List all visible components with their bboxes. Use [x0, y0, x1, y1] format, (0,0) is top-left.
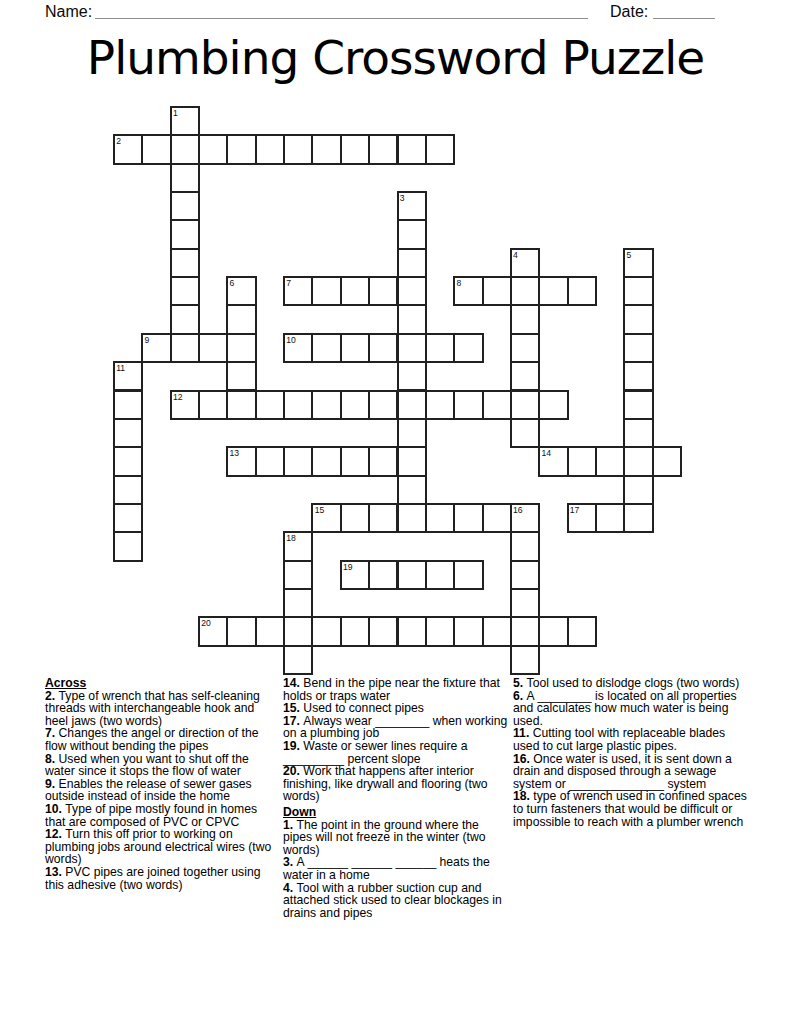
clue-number-1: 1	[173, 109, 178, 118]
grid-cell-r10c3[interactable]	[198, 390, 228, 420]
clue-across-10: 10. Type of pipe mostly found in homes t…	[45, 803, 277, 828]
grid-cell-r10c18[interactable]	[623, 390, 653, 420]
grid-cell-r18c10[interactable]	[397, 616, 427, 646]
clue-across-7: 7. Changes the angel or direction of the…	[45, 727, 277, 752]
grid-cell-r1c8[interactable]	[340, 134, 370, 164]
clue-across-8: 8. Used when you want to shut off the wa…	[45, 753, 277, 778]
grid-cell-r8c9[interactable]	[368, 333, 398, 363]
grid-cell-r19c6[interactable]	[283, 645, 313, 675]
grid-cell-r8c2[interactable]	[170, 333, 200, 363]
grid-cell-r1c5[interactable]	[255, 134, 285, 164]
down-header: Down	[283, 806, 511, 819]
grid-cell-r14c10[interactable]	[397, 503, 427, 533]
clue-down-1: 1. The point in the ground where the pip…	[283, 819, 511, 857]
grid-cell-r7c4[interactable]	[226, 304, 256, 334]
clue-down-4: 4. Tool with a rubber suction cup and at…	[283, 882, 511, 920]
grid-cell-r2c2[interactable]	[170, 163, 200, 193]
grid-cell-r6c18[interactable]	[623, 276, 653, 306]
clue-number-9: 9	[145, 336, 150, 345]
grid-cell-r8c7[interactable]	[311, 333, 341, 363]
grid-cell-r14c8[interactable]	[340, 503, 370, 533]
grid-cell-r1c4[interactable]	[226, 134, 256, 164]
grid-cell-r9c14[interactable]	[510, 361, 540, 391]
grid-cell-r12c10[interactable]	[397, 446, 427, 476]
clue-across-20: 20. Work that happens after interior fin…	[283, 765, 511, 803]
grid-cell-r16c12[interactable]	[453, 560, 483, 590]
grid-cell-r8c11[interactable]	[425, 333, 455, 363]
grid-cell-r10c15[interactable]	[538, 390, 568, 420]
grid-cell-r11c18[interactable]	[623, 418, 653, 448]
grid-cell-r1c9[interactable]	[368, 134, 398, 164]
clues-column-1: Across2. Type of wrench that has self-cl…	[45, 677, 277, 891]
grid-cell-r10c9[interactable]	[368, 390, 398, 420]
grid-cell-r8c14[interactable]	[510, 333, 540, 363]
clue-number-18: 18	[286, 534, 296, 543]
grid-cell-r12c7[interactable]	[311, 446, 341, 476]
clue-across-12: 12. Turn this off prior to working on pl…	[45, 828, 277, 866]
grid-cell-r18c11[interactable]	[425, 616, 455, 646]
grid-cell-r10c0[interactable]	[113, 390, 143, 420]
grid-cell-r13c18[interactable]	[623, 475, 653, 505]
clue-number-5: 5	[627, 251, 632, 260]
grid-cell-r14c18[interactable]	[623, 503, 653, 533]
clue-down-5: 5. Tool used to dislodge clogs (two word…	[513, 677, 753, 690]
grid-cell-r10c11[interactable]	[425, 390, 455, 420]
grid-cell-r9c4[interactable]	[226, 361, 256, 391]
grid-cell-r18c6[interactable]	[283, 616, 313, 646]
grid-cell-r18c4[interactable]	[226, 616, 256, 646]
grid-cell-r18c9[interactable]	[368, 616, 398, 646]
grid-cell-r12c6[interactable]	[283, 446, 313, 476]
grid-cell-r14c11[interactable]	[425, 503, 455, 533]
grid-cell-r1c7[interactable]	[311, 134, 341, 164]
grid-cell-r13c0[interactable]	[113, 475, 143, 505]
grid-cell-r6c13[interactable]	[482, 276, 512, 306]
grid-cell-r1c2[interactable]	[170, 134, 200, 164]
grid-cell-r19c14[interactable]	[510, 645, 540, 675]
clue-number-15: 15	[315, 506, 325, 515]
grid-cell-r7c10[interactable]	[397, 304, 427, 334]
clue-down-16: 16. Once water is used, it is sent down …	[513, 753, 753, 791]
clue-number-17: 17	[570, 506, 580, 515]
grid-cell-r15c0[interactable]	[113, 531, 143, 561]
grid-cell-r12c17[interactable]	[595, 446, 625, 476]
clue-number-19: 19	[343, 563, 353, 572]
grid-cell-r18c16[interactable]	[567, 616, 597, 646]
clue-number-10: 10	[286, 336, 296, 345]
grid-cell-r16c11[interactable]	[425, 560, 455, 590]
grid-cell-r10c6[interactable]	[283, 390, 313, 420]
grid-cell-r4c2[interactable]	[170, 219, 200, 249]
clue-number-7: 7	[286, 279, 291, 288]
grid-cell-r16c6[interactable]	[283, 560, 313, 590]
grid-cell-r16c10[interactable]	[397, 560, 427, 590]
grid-cell-r5c2[interactable]	[170, 248, 200, 278]
grid-cell-r10c7[interactable]	[311, 390, 341, 420]
grid-cell-r14c0[interactable]	[113, 503, 143, 533]
grid-cell-r1c11[interactable]	[425, 134, 455, 164]
grid-cell-r10c5[interactable]	[255, 390, 285, 420]
grid-cell-r7c2[interactable]	[170, 304, 200, 334]
clue-down-6: 6. A ________ is located on all properti…	[513, 690, 753, 728]
grid-cell-r6c16[interactable]	[567, 276, 597, 306]
clue-down-18: 18. type of wrench used in confined spac…	[513, 790, 753, 828]
name-label: Name:	[45, 3, 92, 21]
grid-cell-r6c2[interactable]	[170, 276, 200, 306]
grid-cell-r6c10[interactable]	[397, 276, 427, 306]
grid-cell-r16c14[interactable]	[510, 560, 540, 590]
clue-number-8: 8	[456, 279, 461, 288]
grid-cell-r6c14[interactable]	[510, 276, 540, 306]
grid-cell-r14c13[interactable]	[482, 503, 512, 533]
date-label: Date:	[610, 3, 648, 21]
clue-across-2: 2. Type of wrench that has self-cleaning…	[45, 690, 277, 728]
crossword-grid: 1234567891011121314151617181920	[113, 106, 683, 676]
grid-cell-r8c4[interactable]	[226, 333, 256, 363]
across-header: Across	[45, 677, 277, 690]
grid-cell-r10c10[interactable]	[397, 390, 427, 420]
grid-cell-r10c8[interactable]	[340, 390, 370, 420]
clue-number-6: 6	[230, 279, 235, 288]
grid-cell-r10c12[interactable]	[453, 390, 483, 420]
page-title: Plumbing Crossword Puzzle	[0, 30, 791, 85]
grid-cell-r8c8[interactable]	[340, 333, 370, 363]
grid-cell-r17c14[interactable]	[510, 588, 540, 618]
grid-cell-r3c2[interactable]	[170, 191, 200, 221]
grid-cell-r10c13[interactable]	[482, 390, 512, 420]
clue-down-3: 3. A ______ ______ ______ heats the wate…	[283, 856, 511, 881]
clue-number-4: 4	[513, 251, 518, 260]
grid-cell-r11c10[interactable]	[397, 418, 427, 448]
clue-number-11: 11	[116, 364, 125, 373]
grid-cell-r11c14[interactable]	[510, 418, 540, 448]
grid-cell-r13c10[interactable]	[397, 475, 427, 505]
grid-cell-r17c6[interactable]	[283, 588, 313, 618]
grid-cell-r18c12[interactable]	[453, 616, 483, 646]
grid-cell-r12c18[interactable]	[623, 446, 653, 476]
grid-cell-r16c9[interactable]	[368, 560, 398, 590]
grid-cell-r12c9[interactable]	[368, 446, 398, 476]
clue-number-20: 20	[201, 619, 211, 628]
grid-cell-r18c7[interactable]	[311, 616, 341, 646]
grid-cell-r18c5[interactable]	[255, 616, 285, 646]
grid-cell-r12c0[interactable]	[113, 446, 143, 476]
grid-cell-r1c1[interactable]	[141, 134, 171, 164]
grid-cell-r12c8[interactable]	[340, 446, 370, 476]
grid-cell-r8c12[interactable]	[453, 333, 483, 363]
clue-across-13: 13. PVC pipes are joined together using …	[45, 866, 277, 891]
grid-cell-r12c16[interactable]	[567, 446, 597, 476]
date-input-line[interactable]	[653, 4, 715, 19]
grid-cell-r18c8[interactable]	[340, 616, 370, 646]
grid-cell-r18c13[interactable]	[482, 616, 512, 646]
worksheet-page: { "game": "crossword", "title": "Plumbin…	[0, 0, 791, 1024]
clues-column-3: 5. Tool used to dislodge clogs (two word…	[513, 677, 753, 828]
clue-across-15: 15. Used to connect pipes	[283, 702, 511, 715]
grid-cell-r6c8[interactable]	[340, 276, 370, 306]
grid-cell-r1c10[interactable]	[397, 134, 427, 164]
clue-across-19: 19. Waste or sewer lines require a _____…	[283, 740, 511, 765]
grid-cell-r10c14[interactable]	[510, 390, 540, 420]
clue-number-3: 3	[400, 194, 405, 203]
grid-cell-r4c10[interactable]	[397, 219, 427, 249]
grid-cell-r7c14[interactable]	[510, 304, 540, 334]
name-input-line[interactable]	[95, 4, 588, 19]
clue-number-14: 14	[541, 449, 551, 458]
grid-cell-r14c12[interactable]	[453, 503, 483, 533]
clue-across-9: 9. Enables the release of sewer gases ou…	[45, 778, 277, 803]
grid-cell-r18c15[interactable]	[538, 616, 568, 646]
grid-cell-r14c17[interactable]	[595, 503, 625, 533]
clue-across-14: 14. Bend in the pipe near the fixture th…	[283, 677, 511, 702]
clue-across-17: 17. Always wear ________ when working on…	[283, 715, 511, 740]
clue-number-13: 13	[230, 449, 240, 458]
grid-cell-r6c9[interactable]	[368, 276, 398, 306]
grid-cell-r11c0[interactable]	[113, 418, 143, 448]
grid-cell-r1c6[interactable]	[283, 134, 313, 164]
clue-number-2: 2	[116, 137, 121, 146]
grid-cell-r10c4[interactable]	[226, 390, 256, 420]
grid-cell-r8c10[interactable]	[397, 333, 427, 363]
grid-cell-r5c10[interactable]	[397, 248, 427, 278]
grid-cell-r6c7[interactable]	[311, 276, 341, 306]
grid-cell-r12c5[interactable]	[255, 446, 285, 476]
grid-cell-r9c18[interactable]	[623, 361, 653, 391]
clue-number-16: 16	[513, 506, 523, 515]
grid-cell-r18c14[interactable]	[510, 616, 540, 646]
clue-number-12: 12	[173, 393, 183, 402]
grid-cell-r7c18[interactable]	[623, 304, 653, 334]
grid-cell-r12c19[interactable]	[652, 446, 682, 476]
grid-cell-r8c3[interactable]	[198, 333, 228, 363]
grid-cell-r6c15[interactable]	[538, 276, 568, 306]
grid-cell-r8c18[interactable]	[623, 333, 653, 363]
grid-cell-r1c3[interactable]	[198, 134, 228, 164]
clue-down-11: 11. Cutting tool with replaceable blades…	[513, 727, 753, 752]
grid-cell-r15c14[interactable]	[510, 531, 540, 561]
grid-cell-r9c10[interactable]	[397, 361, 427, 391]
clues-column-2: 14. Bend in the pipe near the fixture th…	[283, 677, 511, 919]
grid-cell-r14c9[interactable]	[368, 503, 398, 533]
